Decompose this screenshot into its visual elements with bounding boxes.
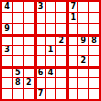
cell-r3c2[interactable] bbox=[13, 24, 23, 34]
cell-r8c7[interactable] bbox=[67, 78, 77, 88]
cell-r2c5[interactable] bbox=[46, 13, 56, 23]
cell-r5c5-given-1[interactable]: 1 bbox=[46, 46, 56, 56]
cell-r2c3[interactable] bbox=[24, 13, 34, 23]
cell-r6c5[interactable] bbox=[46, 56, 56, 66]
cell-r9c2[interactable] bbox=[13, 89, 23, 99]
cell-r2c8[interactable] bbox=[78, 13, 88, 23]
cell-r8c4[interactable] bbox=[35, 78, 45, 88]
cell-r2c4[interactable] bbox=[35, 13, 45, 23]
cell-r8c5[interactable] bbox=[46, 78, 56, 88]
cell-r7c8[interactable] bbox=[78, 67, 88, 77]
cell-r1c7-given-7[interactable]: 7 bbox=[67, 2, 77, 12]
cell-r6c8-given-2[interactable]: 2 bbox=[78, 56, 88, 66]
cell-r3c6[interactable] bbox=[56, 24, 66, 34]
cell-r4c9-given-8[interactable]: 8 bbox=[89, 35, 99, 45]
cell-r4c1[interactable] bbox=[2, 35, 12, 45]
cell-r3c8[interactable] bbox=[78, 24, 88, 34]
cell-r7c4-given-6[interactable]: 6 bbox=[35, 67, 45, 77]
cell-r8c8[interactable] bbox=[78, 78, 88, 88]
cell-r9c8[interactable] bbox=[78, 89, 88, 99]
cell-r9c5[interactable] bbox=[46, 89, 56, 99]
cell-r8c3-given-2[interactable]: 2 bbox=[24, 78, 34, 88]
sudoku-board: 43719298312564827 bbox=[0, 0, 101, 101]
cell-r6c9[interactable] bbox=[89, 56, 99, 66]
cell-r4c5[interactable] bbox=[46, 35, 56, 45]
cell-r9c4-given-7[interactable]: 7 bbox=[35, 89, 45, 99]
cell-r2c2[interactable] bbox=[13, 13, 23, 23]
cell-r8c6[interactable] bbox=[56, 78, 66, 88]
cell-r5c1-given-3[interactable]: 3 bbox=[2, 46, 12, 56]
cell-r3c5[interactable] bbox=[46, 24, 56, 34]
cell-r6c1[interactable] bbox=[2, 56, 12, 66]
cell-r5c7[interactable] bbox=[67, 46, 77, 56]
cell-r6c3[interactable] bbox=[24, 56, 34, 66]
cell-r4c2[interactable] bbox=[13, 35, 23, 45]
cell-r9c7[interactable] bbox=[67, 89, 77, 99]
cell-r4c3[interactable] bbox=[24, 35, 34, 45]
cell-r7c7[interactable] bbox=[67, 67, 77, 77]
cell-r5c4[interactable] bbox=[35, 46, 45, 56]
cell-r1c2[interactable] bbox=[13, 2, 23, 12]
cell-r1c6[interactable] bbox=[56, 2, 66, 12]
cell-r3c9[interactable] bbox=[89, 24, 99, 34]
cell-r7c9[interactable] bbox=[89, 67, 99, 77]
cell-r1c9[interactable] bbox=[89, 2, 99, 12]
cell-r7c5-given-4[interactable]: 4 bbox=[46, 67, 56, 77]
cell-r7c3[interactable] bbox=[24, 67, 34, 77]
cell-r5c6[interactable] bbox=[56, 46, 66, 56]
cell-r9c9[interactable] bbox=[89, 89, 99, 99]
cell-r1c5[interactable] bbox=[46, 2, 56, 12]
cell-r7c6[interactable] bbox=[56, 67, 66, 77]
cell-r3c7[interactable] bbox=[67, 24, 77, 34]
cell-r4c8-given-9[interactable]: 9 bbox=[78, 35, 88, 45]
cell-r4c7[interactable] bbox=[67, 35, 77, 45]
cell-r2c7-given-1[interactable]: 1 bbox=[67, 13, 77, 23]
cell-r7c1[interactable] bbox=[2, 67, 12, 77]
cell-r8c9[interactable] bbox=[89, 78, 99, 88]
cell-r5c8[interactable] bbox=[78, 46, 88, 56]
cell-r8c1[interactable] bbox=[2, 78, 12, 88]
cell-r1c3[interactable] bbox=[24, 2, 34, 12]
cell-r1c4-given-3[interactable]: 3 bbox=[35, 2, 45, 12]
cell-r7c2-given-5[interactable]: 5 bbox=[13, 67, 23, 77]
cell-r1c1-given-4[interactable]: 4 bbox=[2, 2, 12, 12]
cell-r1c8[interactable] bbox=[78, 2, 88, 12]
cell-r6c7[interactable] bbox=[67, 56, 77, 66]
cell-r3c1-given-9[interactable]: 9 bbox=[2, 24, 12, 34]
cell-r4c6-given-2[interactable]: 2 bbox=[56, 35, 66, 45]
cell-r9c6[interactable] bbox=[56, 89, 66, 99]
cell-r4c4[interactable] bbox=[35, 35, 45, 45]
cell-r9c3[interactable] bbox=[24, 89, 34, 99]
cell-r6c2[interactable] bbox=[13, 56, 23, 66]
cell-r2c9[interactable] bbox=[89, 13, 99, 23]
cell-r9c1[interactable] bbox=[2, 89, 12, 99]
cell-r2c6[interactable] bbox=[56, 13, 66, 23]
cell-r3c4[interactable] bbox=[35, 24, 45, 34]
cell-r5c2[interactable] bbox=[13, 46, 23, 56]
cell-r5c3[interactable] bbox=[24, 46, 34, 56]
cell-r8c2-given-8[interactable]: 8 bbox=[13, 78, 23, 88]
cell-r6c4[interactable] bbox=[35, 56, 45, 66]
cell-r6c6[interactable] bbox=[56, 56, 66, 66]
cell-r3c3[interactable] bbox=[24, 24, 34, 34]
cell-r2c1[interactable] bbox=[2, 13, 12, 23]
cell-r5c9[interactable] bbox=[89, 46, 99, 56]
